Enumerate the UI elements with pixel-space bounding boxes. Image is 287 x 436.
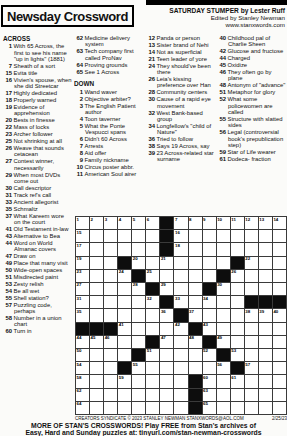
cell-number: 42: [175, 322, 180, 327]
cell-number: 10: [217, 217, 222, 222]
grid-cell[interactable]: [146, 323, 160, 336]
cell-number: 28: [133, 282, 138, 287]
grid-cell[interactable]: [245, 243, 259, 256]
grid-cell[interactable]: 3: [104, 217, 118, 230]
grid-cell[interactable]: 50: [76, 349, 90, 362]
grid-cell[interactable]: 49: [217, 336, 231, 349]
grid-cell[interactable]: [132, 230, 146, 243]
grid-cell[interactable]: [217, 243, 231, 256]
grid-cell[interactable]: 20: [132, 257, 146, 270]
grid-cell[interactable]: 24: [118, 270, 132, 283]
grid-cell[interactable]: [104, 257, 118, 270]
grid-cell[interactable]: [231, 389, 245, 402]
grid-cell[interactable]: 39: [259, 309, 273, 322]
grid-cell[interactable]: [189, 230, 203, 243]
clue-number: 15: [3, 70, 12, 76]
grid-cell[interactable]: [273, 270, 287, 283]
grid-cell[interactable]: [160, 323, 174, 336]
grid-cell[interactable]: [231, 230, 245, 243]
clue-number: 46: [217, 69, 226, 75]
clue-number: 19: [3, 104, 12, 110]
grid-cell[interactable]: 59: [118, 375, 132, 388]
down-clue-9: 9Family nickname: [74, 157, 144, 163]
grid-cell[interactable]: 5: [132, 217, 146, 230]
grid-cell[interactable]: [132, 389, 146, 402]
grid-cell[interactable]: 30: [217, 283, 231, 296]
across-clue-16: 16Vivien's spouse, when she did Streetca…: [3, 77, 72, 90]
grid-cell[interactable]: 42: [174, 323, 188, 336]
clue-text: Proving grounds: [85, 62, 128, 68]
clue-text: Structure with slatted sides: [228, 116, 283, 128]
grid-cell[interactable]: [245, 336, 259, 349]
clue-number: 25: [3, 138, 12, 144]
grid-cell[interactable]: [217, 230, 231, 243]
grid-cell[interactable]: [104, 230, 118, 243]
puzzle-website: www.stanxwords.com: [169, 21, 285, 28]
grid-cell-black: [217, 349, 231, 362]
cell-number: 33: [175, 296, 180, 301]
grid-cell[interactable]: [259, 230, 273, 243]
grid-cell[interactable]: [174, 402, 188, 415]
across-clue-41: 41Old Testament in-law: [3, 226, 72, 232]
clue-text: See 1 Across: [85, 69, 120, 75]
cell-number: 20: [133, 256, 138, 261]
grid-cell[interactable]: [203, 270, 217, 283]
grid-cell[interactable]: [245, 375, 259, 388]
clue-text: Vivien's spouse, when she did Streetcar: [14, 77, 72, 89]
grid-cell[interactable]: [273, 375, 287, 388]
grid-cell[interactable]: [118, 230, 132, 243]
grid-cell[interactable]: [273, 349, 287, 362]
grid-cell[interactable]: [90, 296, 104, 309]
grid-cell[interactable]: 9: [203, 217, 217, 230]
grid-cell[interactable]: [118, 349, 132, 362]
down-clue-2: 2Objective arbiter?: [74, 96, 144, 102]
grid-cell[interactable]: [90, 389, 104, 402]
grid-cell[interactable]: [132, 309, 146, 322]
grid-cell[interactable]: [132, 243, 146, 256]
grid-cell[interactable]: [132, 323, 146, 336]
across-clue-51: 51Misdirected paint: [3, 274, 72, 280]
grid-cell[interactable]: [203, 243, 217, 256]
grid-cell[interactable]: [203, 230, 217, 243]
clue-number: 45: [217, 62, 226, 68]
cell-number: 55: [133, 362, 138, 367]
grid-cell[interactable]: 22: [245, 257, 259, 270]
clue-text: Zesty relish: [14, 281, 44, 287]
grid-cell[interactable]: [146, 230, 160, 243]
grid-cell[interactable]: 18: [174, 243, 188, 256]
grid-cell[interactable]: [189, 362, 203, 375]
grid-cell[interactable]: [174, 283, 188, 296]
grid-cell-black: [146, 283, 160, 296]
promo-text: MORE OF STAN'S CROSSWORDS! Play FREE fro…: [0, 422, 287, 436]
grid-cell[interactable]: [231, 323, 245, 336]
grid-cell[interactable]: 28: [132, 283, 146, 296]
clue-text: Evidence of apprehension: [14, 104, 50, 116]
down-clue-6: 6Didn't 60 Across: [74, 136, 144, 142]
cell-number: 45: [91, 335, 96, 340]
grid-cell[interactable]: 64: [76, 402, 90, 415]
clue-text: Wide-open spaces: [14, 267, 63, 273]
grid-cell[interactable]: [259, 402, 273, 415]
clue-text: With 65 Across, the first to see his nam…: [14, 43, 67, 62]
grid-cell[interactable]: 56: [217, 362, 231, 375]
cell-number: 4: [119, 217, 121, 222]
grid-cell[interactable]: [118, 243, 132, 256]
grid-cell[interactable]: [90, 230, 104, 243]
grid-cell[interactable]: [118, 336, 132, 349]
grid-cell[interactable]: [217, 323, 231, 336]
grid-cell[interactable]: [104, 389, 118, 402]
grid-cell[interactable]: 34: [203, 296, 217, 309]
grid-cell[interactable]: [259, 257, 273, 270]
grid-cell[interactable]: 13: [259, 217, 273, 230]
grid-cell[interactable]: 33: [174, 296, 188, 309]
grid-cell[interactable]: [132, 402, 146, 415]
grid-cell[interactable]: [146, 389, 160, 402]
clue-number: 50: [3, 267, 12, 273]
grid-cell[interactable]: [104, 362, 118, 375]
grid-cell[interactable]: [90, 270, 104, 283]
grid-cell[interactable]: [160, 375, 174, 388]
across-clue-37: 37What Kareem wore on the court: [3, 213, 72, 226]
grid-cell[interactable]: [217, 296, 231, 309]
grid-cell[interactable]: [160, 362, 174, 375]
grid-cell[interactable]: 63: [203, 389, 217, 402]
grid-cell[interactable]: 52: [203, 349, 217, 362]
down-clue-4: 4Toon taverner: [74, 116, 144, 122]
down-clue-21: 21Teen leader of yore: [146, 56, 214, 62]
grid-cell[interactable]: [189, 270, 203, 283]
grid-cell[interactable]: [104, 402, 118, 415]
across-clue-33: 33Ancient allegorist: [3, 199, 72, 205]
clue-text: Panda or person: [157, 35, 201, 41]
grid-cell[interactable]: [118, 389, 132, 402]
grid-cell[interactable]: 51: [146, 349, 160, 362]
clue-number: 42: [217, 48, 226, 54]
grid-cell[interactable]: [104, 375, 118, 388]
cell-number: 51: [147, 348, 152, 353]
across-clue-17: 17Highly dedicated: [3, 90, 72, 96]
grid-cell[interactable]: 16: [174, 230, 188, 243]
grid-cell[interactable]: [273, 283, 287, 296]
clue-number: 34: [146, 123, 155, 129]
clue-number: 63: [74, 48, 83, 54]
clue-text: Contest winner, necessarily: [14, 158, 55, 170]
grid-cell[interactable]: [132, 336, 146, 349]
grid-cell[interactable]: 15: [76, 230, 90, 243]
grid-cell[interactable]: [189, 243, 203, 256]
grid-cell[interactable]: 48: [189, 336, 203, 349]
grid-cell[interactable]: [273, 243, 287, 256]
clue-text: Bests in finesse: [14, 117, 55, 123]
grid-cell[interactable]: [174, 375, 188, 388]
grid-cell[interactable]: [90, 349, 104, 362]
clue-text: Objective arbiter?: [85, 96, 131, 102]
grid-cell[interactable]: 41: [118, 323, 132, 336]
clue-text: Oxidize: [228, 62, 248, 68]
grid-cell[interactable]: 21: [160, 257, 174, 270]
grid-cell[interactable]: 40: [273, 309, 287, 322]
grid-cell[interactable]: [146, 257, 160, 270]
grid-cell[interactable]: 58: [76, 375, 90, 388]
clue-number: 65: [74, 69, 83, 75]
grid-cell-black: [118, 257, 132, 270]
clue-number: 12: [146, 35, 155, 41]
grid-cell-black: [203, 336, 217, 349]
grid-cell[interactable]: [189, 349, 203, 362]
grid-cell[interactable]: 29: [160, 283, 174, 296]
clue-column-4: 40Childhood pal of Charlie Sheen42Glucos…: [217, 35, 286, 214]
grid-cell[interactable]: 46: [104, 336, 118, 349]
cell-number: 64: [77, 401, 82, 406]
cell-number: 38: [245, 309, 250, 314]
grid-cell[interactable]: 17: [76, 243, 90, 256]
grid-cell[interactable]: [273, 389, 287, 402]
grid-cell[interactable]: [203, 362, 217, 375]
grid-cell[interactable]: [118, 309, 132, 322]
grid-cell[interactable]: [273, 362, 287, 375]
grid-cell[interactable]: [231, 336, 245, 349]
grid-cell[interactable]: 31: [76, 296, 90, 309]
grid-cell[interactable]: [217, 257, 231, 270]
grid-cell[interactable]: [259, 389, 273, 402]
grid-cell[interactable]: 1: [76, 217, 90, 230]
grid-cell[interactable]: [146, 309, 160, 322]
grid-cell[interactable]: 62: [76, 389, 90, 402]
grid-cell[interactable]: [259, 362, 273, 375]
clue-text: Leia's kissing preference over Han: [157, 76, 211, 88]
clue-number: 32: [146, 110, 155, 116]
grid-cell[interactable]: 25: [146, 270, 160, 283]
clue-text: They often go by plane: [228, 69, 272, 81]
puzzle-byline: SATURDAY STUMPER by Lester Ruff: [169, 7, 285, 14]
grid-cell-black: [259, 296, 273, 309]
grid-cell[interactable]: [231, 283, 245, 296]
cell-number: 59: [119, 375, 124, 380]
down-clue-52: 52What some policewomen are called: [217, 96, 286, 115]
grid-cell[interactable]: [104, 296, 118, 309]
grid-cell[interactable]: [231, 296, 245, 309]
across-clue-15: 15Evita title: [3, 70, 72, 76]
grid-cell[interactable]: 19: [76, 257, 90, 270]
grid-cell[interactable]: [146, 243, 160, 256]
grid-cell[interactable]: 44: [76, 336, 90, 349]
grid-cell[interactable]: 2: [90, 217, 104, 230]
cell-number: 21: [161, 256, 166, 261]
grid-cell[interactable]: [189, 257, 203, 270]
grid-cell[interactable]: [203, 257, 217, 270]
grid-cell[interactable]: [259, 375, 273, 388]
grid-cell[interactable]: 36: [160, 309, 174, 322]
grid-cell[interactable]: [259, 283, 273, 296]
grid-cell[interactable]: [273, 402, 287, 415]
grid-cell[interactable]: [259, 336, 273, 349]
grid-cell[interactable]: [245, 349, 259, 362]
grid-cell[interactable]: [245, 389, 259, 402]
cell-number: 60: [203, 375, 208, 380]
grid-cell[interactable]: 54: [76, 362, 90, 375]
grid-cell[interactable]: 12: [245, 217, 259, 230]
grid-cell[interactable]: [174, 349, 188, 362]
cell-number: 65: [203, 401, 208, 406]
grid-cell[interactable]: 45: [90, 336, 104, 349]
grid-cell[interactable]: [132, 296, 146, 309]
grid-cell[interactable]: 4: [118, 217, 132, 230]
grid-cell[interactable]: 10: [217, 217, 231, 230]
grid-cell-black: [160, 217, 174, 230]
grid-cell[interactable]: 7: [174, 217, 188, 230]
grid-cell[interactable]: [104, 243, 118, 256]
grid-cell[interactable]: [174, 336, 188, 349]
grid-cell[interactable]: 23: [76, 270, 90, 283]
grid-cell-black: [160, 296, 174, 309]
grid-cell[interactable]: [132, 375, 146, 388]
clue-number: 33: [3, 199, 12, 205]
clue-number: 31: [3, 192, 12, 198]
grid-cell[interactable]: [245, 323, 259, 336]
grid-cell[interactable]: [245, 402, 259, 415]
cell-number: 24: [119, 269, 124, 274]
cell-number: 25: [147, 269, 152, 274]
grid-cell[interactable]: [231, 243, 245, 256]
across-clue-65: 65See 1 Across: [74, 69, 144, 75]
grid-cell[interactable]: [217, 375, 231, 388]
across-clue-25: 25Not shrinking at all: [3, 138, 72, 144]
grid-cell[interactable]: [174, 270, 188, 283]
grid-cell[interactable]: 6: [146, 217, 160, 230]
grid-cell[interactable]: [217, 389, 231, 402]
grid-cell[interactable]: [189, 296, 203, 309]
grid-cell[interactable]: [146, 402, 160, 415]
copyright-line: CREATORS SYNDICATE © 2023 STANLEY NEWMAN…: [75, 416, 287, 421]
clue-text: Ancient allegorist: [14, 199, 59, 205]
down-clue-34: 34Longfellow's "child of Nature": [146, 123, 214, 136]
grid-cell[interactable]: 26: [231, 270, 245, 283]
grid-cell[interactable]: [217, 402, 231, 415]
down-clue-14: 14Not as superficial: [146, 49, 214, 55]
grid-cell[interactable]: 47: [160, 336, 174, 349]
clue-number: 44: [217, 55, 226, 61]
grid-cell-black: [146, 336, 160, 349]
clue-column-3: 12Panda or person13Sister brand of Nehi1…: [146, 35, 214, 214]
clue-text: Charged: [228, 55, 251, 61]
grid-cell[interactable]: 35: [76, 309, 90, 322]
grid-cell[interactable]: [160, 270, 174, 283]
grid-cell[interactable]: [203, 309, 217, 322]
grid-cell[interactable]: [231, 402, 245, 415]
grid-cell[interactable]: [245, 230, 259, 243]
grid-cell[interactable]: [104, 283, 118, 296]
grid-cell-black: [118, 362, 132, 375]
across-clue-47: 47Draw on: [3, 253, 72, 259]
grid-cell-black: [90, 323, 104, 336]
clue-text: Antonym of "advance": [228, 82, 286, 88]
down-clue-7: 7Arrests: [74, 143, 144, 149]
grid-cell[interactable]: [160, 349, 174, 362]
grid-cell[interactable]: [259, 270, 273, 283]
clue-number: 3: [74, 103, 83, 109]
grid-cell[interactable]: 53: [231, 349, 245, 362]
grid-cell[interactable]: [273, 257, 287, 270]
grid-cell[interactable]: [259, 323, 273, 336]
grid-cell[interactable]: [189, 283, 203, 296]
down-clue-10: 10Circus poster abbr.: [74, 164, 144, 170]
across-clue-27: 27Contest winner, necessarily: [3, 158, 72, 171]
down-clue-1: 1Wand waver: [74, 89, 144, 95]
grid-cell[interactable]: 43: [203, 323, 217, 336]
grid-cell[interactable]: [104, 349, 118, 362]
grid-cell[interactable]: [174, 257, 188, 270]
grid-cell[interactable]: [174, 362, 188, 375]
grid-cell[interactable]: [273, 230, 287, 243]
grid-cell[interactable]: [90, 375, 104, 388]
grid-cell[interactable]: [90, 243, 104, 256]
grid-cell[interactable]: 14: [273, 217, 287, 230]
grid-cell[interactable]: 32: [146, 296, 160, 309]
clue-text: Schmaltz: [14, 206, 38, 212]
grid-cell[interactable]: [146, 362, 160, 375]
grid-cell[interactable]: [273, 336, 287, 349]
grid-cell[interactable]: [90, 402, 104, 415]
grid-cell[interactable]: [245, 270, 259, 283]
grid-cell[interactable]: [273, 323, 287, 336]
grid-cell[interactable]: 8: [189, 217, 203, 230]
clue-column-2: 62Medicine delivery system63Tech company…: [74, 35, 144, 214]
grid-cell[interactable]: [90, 257, 104, 270]
grid-cell[interactable]: [245, 283, 259, 296]
grid-cell[interactable]: [259, 349, 273, 362]
grid-cell[interactable]: [118, 402, 132, 415]
grid-cell[interactable]: [160, 402, 174, 415]
clue-text: What the Ponte Vespucci spans: [85, 123, 126, 135]
clue-number: 51: [3, 274, 12, 280]
grid-cell[interactable]: [174, 389, 188, 402]
grid-cell[interactable]: [90, 309, 104, 322]
clue-number: 5: [74, 123, 83, 129]
clue-list-heading-across: ACROSS: [3, 36, 72, 42]
clue-number: 47: [3, 253, 12, 259]
grid-cell[interactable]: 55: [132, 362, 146, 375]
clue-number: 37: [3, 213, 12, 219]
grid-cell[interactable]: [146, 375, 160, 388]
grid-cell[interactable]: 65: [203, 402, 217, 415]
grid-cell[interactable]: [259, 243, 273, 256]
grid-cell[interactable]: 37: [189, 309, 203, 322]
grid-cell[interactable]: [217, 309, 231, 322]
down-clue-48: 48Antonym of "advance": [217, 82, 286, 88]
down-clue-26: 26Leia's kissing preference over Han: [146, 76, 214, 89]
grid-cell[interactable]: [118, 296, 132, 309]
grid-cell[interactable]: [160, 389, 174, 402]
grid-cell[interactable]: [104, 270, 118, 283]
grid-cell[interactable]: [90, 362, 104, 375]
grid-cell[interactable]: 57: [245, 362, 259, 375]
grid-cell[interactable]: 27: [76, 283, 90, 296]
grid-cell[interactable]: [118, 283, 132, 296]
grid-cell[interactable]: 60: [203, 375, 217, 388]
grid-cell[interactable]: 61: [231, 375, 245, 388]
across-clue-18: 18Properly warned: [3, 97, 72, 103]
grid-cell[interactable]: [104, 309, 118, 322]
grid-cell[interactable]: [231, 309, 245, 322]
grid-cell[interactable]: [90, 283, 104, 296]
grid-cell[interactable]: 38: [245, 309, 259, 322]
clue-text: Turn in: [14, 328, 32, 334]
grid-cell[interactable]: 11: [231, 217, 245, 230]
clue-text: Toon taverner: [85, 116, 121, 122]
